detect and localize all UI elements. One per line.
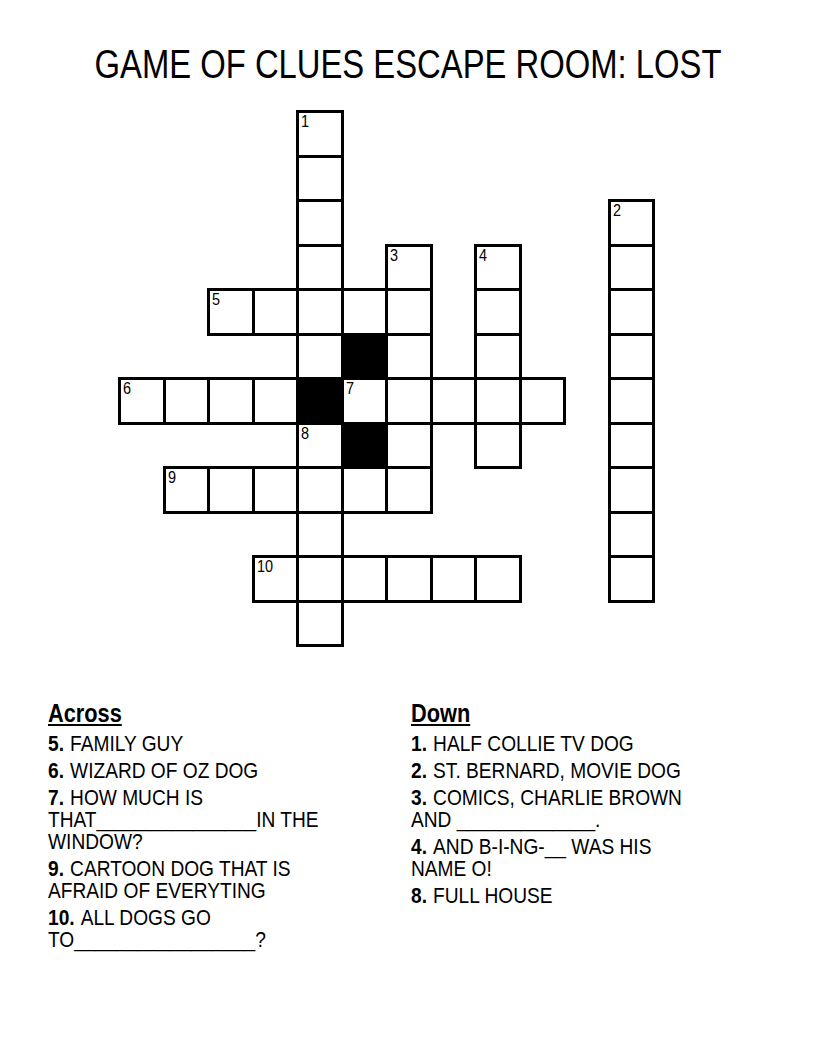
clue-number: 1. bbox=[411, 731, 433, 756]
grid-cell[interactable] bbox=[385, 333, 433, 381]
grid-cell[interactable]: 10 bbox=[252, 555, 300, 603]
across-clue: 7.HOW MUCH ISTHAT_______________IN THEWI… bbox=[48, 787, 388, 853]
grid-cell[interactable]: 1 bbox=[296, 110, 344, 158]
black-cell bbox=[341, 333, 389, 381]
grid-cell[interactable] bbox=[608, 422, 656, 470]
crossword-grid: 12345678910 bbox=[118, 110, 655, 647]
cell-clue-number: 3 bbox=[390, 247, 398, 265]
down-clue: 3.COMICS, CHARLIE BROWNAND _____________… bbox=[411, 787, 771, 831]
down-clue: 4.AND B-I-NG-__ WAS HISNAME O! bbox=[411, 836, 771, 880]
grid-cell[interactable] bbox=[430, 555, 478, 603]
grid-cell[interactable] bbox=[252, 377, 300, 425]
grid-cell[interactable] bbox=[385, 422, 433, 470]
grid-cell[interactable]: 9 bbox=[163, 466, 211, 514]
grid-cell[interactable] bbox=[163, 377, 211, 425]
grid-cell[interactable] bbox=[608, 333, 656, 381]
grid-cell[interactable] bbox=[296, 466, 344, 514]
grid-cell[interactable] bbox=[296, 600, 344, 648]
clue-line: 4.AND B-I-NG-__ WAS HIS bbox=[411, 836, 724, 858]
clue-line: AFRAID OF EVERYTING bbox=[48, 880, 344, 902]
across-clue: 6.WIZARD OF OZ DOG bbox=[48, 760, 388, 782]
black-cell bbox=[341, 422, 389, 470]
clue-line: AND _____________. bbox=[411, 809, 724, 831]
page-title: GAME OF CLUES ESCAPE ROOM: LOST bbox=[82, 42, 735, 86]
grid-cell[interactable] bbox=[341, 555, 389, 603]
grid-cell[interactable] bbox=[385, 555, 433, 603]
grid-cell[interactable] bbox=[385, 288, 433, 336]
clue-line: 1.HALF COLLIE TV DOG bbox=[411, 733, 724, 755]
grid-cell[interactable] bbox=[296, 155, 344, 203]
grid-cell[interactable]: 6 bbox=[118, 377, 166, 425]
clue-line: 8.FULL HOUSE bbox=[411, 885, 724, 907]
clue-line: 2.ST. BERNARD, MOVIE DOG bbox=[411, 760, 724, 782]
cell-clue-number: 9 bbox=[168, 469, 176, 487]
grid-cell[interactable] bbox=[296, 244, 344, 292]
clue-line: THAT_______________IN THE bbox=[48, 809, 344, 831]
grid-cell[interactable] bbox=[608, 555, 656, 603]
clue-line: TO_________________? bbox=[48, 929, 344, 951]
grid-cell[interactable] bbox=[341, 288, 389, 336]
clue-number: 8. bbox=[411, 883, 433, 908]
grid-cell[interactable]: 8 bbox=[296, 422, 344, 470]
down-heading: Down bbox=[411, 700, 724, 726]
grid-cell[interactable] bbox=[474, 288, 522, 336]
cell-clue-number: 2 bbox=[613, 202, 621, 220]
cell-clue-number: 1 bbox=[301, 113, 309, 131]
grid-cell[interactable]: 3 bbox=[385, 244, 433, 292]
down-clue: 8.FULL HOUSE bbox=[411, 885, 771, 907]
grid-cell[interactable] bbox=[430, 377, 478, 425]
clue-line: 10.ALL DOGS GO bbox=[48, 907, 344, 929]
cell-clue-number: 8 bbox=[301, 425, 309, 443]
clue-line: NAME O! bbox=[411, 858, 724, 880]
cell-clue-number: 5 bbox=[212, 291, 220, 309]
down-list: 1.HALF COLLIE TV DOG2.ST. BERNARD, MOVIE… bbox=[411, 733, 771, 907]
black-cell bbox=[296, 377, 344, 425]
grid-cell[interactable] bbox=[252, 466, 300, 514]
grid-cell[interactable] bbox=[519, 377, 567, 425]
clue-line: 3.COMICS, CHARLIE BROWN bbox=[411, 787, 724, 809]
clue-line: 7.HOW MUCH IS bbox=[48, 787, 344, 809]
grid-cell[interactable] bbox=[608, 377, 656, 425]
grid-cell[interactable] bbox=[296, 555, 344, 603]
across-heading: Across bbox=[48, 700, 344, 726]
grid-cell[interactable] bbox=[474, 422, 522, 470]
across-list: 5.FAMILY GUY6.WIZARD OF OZ DOG7.HOW MUCH… bbox=[48, 733, 388, 951]
grid-cell[interactable] bbox=[252, 288, 300, 336]
cell-clue-number: 7 bbox=[346, 380, 354, 398]
clue-number: 2. bbox=[411, 758, 433, 783]
grid-cell[interactable] bbox=[296, 288, 344, 336]
grid-cell[interactable]: 4 bbox=[474, 244, 522, 292]
grid-cell[interactable]: 2 bbox=[608, 199, 656, 247]
down-clue: 1.HALF COLLIE TV DOG bbox=[411, 733, 771, 755]
across-clue: 10.ALL DOGS GOTO_________________? bbox=[48, 907, 388, 951]
clue-number: 6. bbox=[48, 758, 70, 783]
grid-cell[interactable] bbox=[385, 466, 433, 514]
grid-cell[interactable] bbox=[385, 377, 433, 425]
down-clues-column: Down 1.HALF COLLIE TV DOG2.ST. BERNARD, … bbox=[411, 700, 771, 912]
across-clue: 9.CARTOON DOG THAT ISAFRAID OF EVERYTING bbox=[48, 858, 388, 902]
grid-cell[interactable] bbox=[207, 466, 255, 514]
down-clue: 2.ST. BERNARD, MOVIE DOG bbox=[411, 760, 771, 782]
grid-cell[interactable] bbox=[207, 377, 255, 425]
cell-clue-number: 6 bbox=[123, 380, 131, 398]
clue-line: WINDOW? bbox=[48, 831, 344, 853]
grid-cell[interactable] bbox=[608, 244, 656, 292]
grid-cell[interactable] bbox=[296, 199, 344, 247]
cell-clue-number: 10 bbox=[257, 558, 273, 576]
grid-cell[interactable] bbox=[608, 466, 656, 514]
grid-cell[interactable]: 5 bbox=[207, 288, 255, 336]
grid-cell[interactable] bbox=[296, 333, 344, 381]
grid-cell[interactable] bbox=[474, 555, 522, 603]
grid-cell[interactable]: 7 bbox=[341, 377, 389, 425]
across-clues-column: Across 5.FAMILY GUY6.WIZARD OF OZ DOG7.H… bbox=[48, 700, 388, 956]
grid-cell[interactable] bbox=[474, 377, 522, 425]
grid-cell[interactable] bbox=[341, 466, 389, 514]
clue-line: 6.WIZARD OF OZ DOG bbox=[48, 760, 344, 782]
across-clue: 5.FAMILY GUY bbox=[48, 733, 388, 755]
grid-cell[interactable] bbox=[608, 288, 656, 336]
cell-clue-number: 4 bbox=[479, 247, 487, 265]
crossword-page: { "title": "GAME OF CLUES ESCAPE ROOM: L… bbox=[0, 0, 816, 1056]
grid-cell[interactable] bbox=[474, 333, 522, 381]
grid-cell[interactable] bbox=[296, 511, 344, 559]
clue-line: 5.FAMILY GUY bbox=[48, 733, 344, 755]
clue-number: 5. bbox=[48, 731, 70, 756]
grid-cell[interactable] bbox=[608, 511, 656, 559]
clue-line: 9.CARTOON DOG THAT IS bbox=[48, 858, 344, 880]
